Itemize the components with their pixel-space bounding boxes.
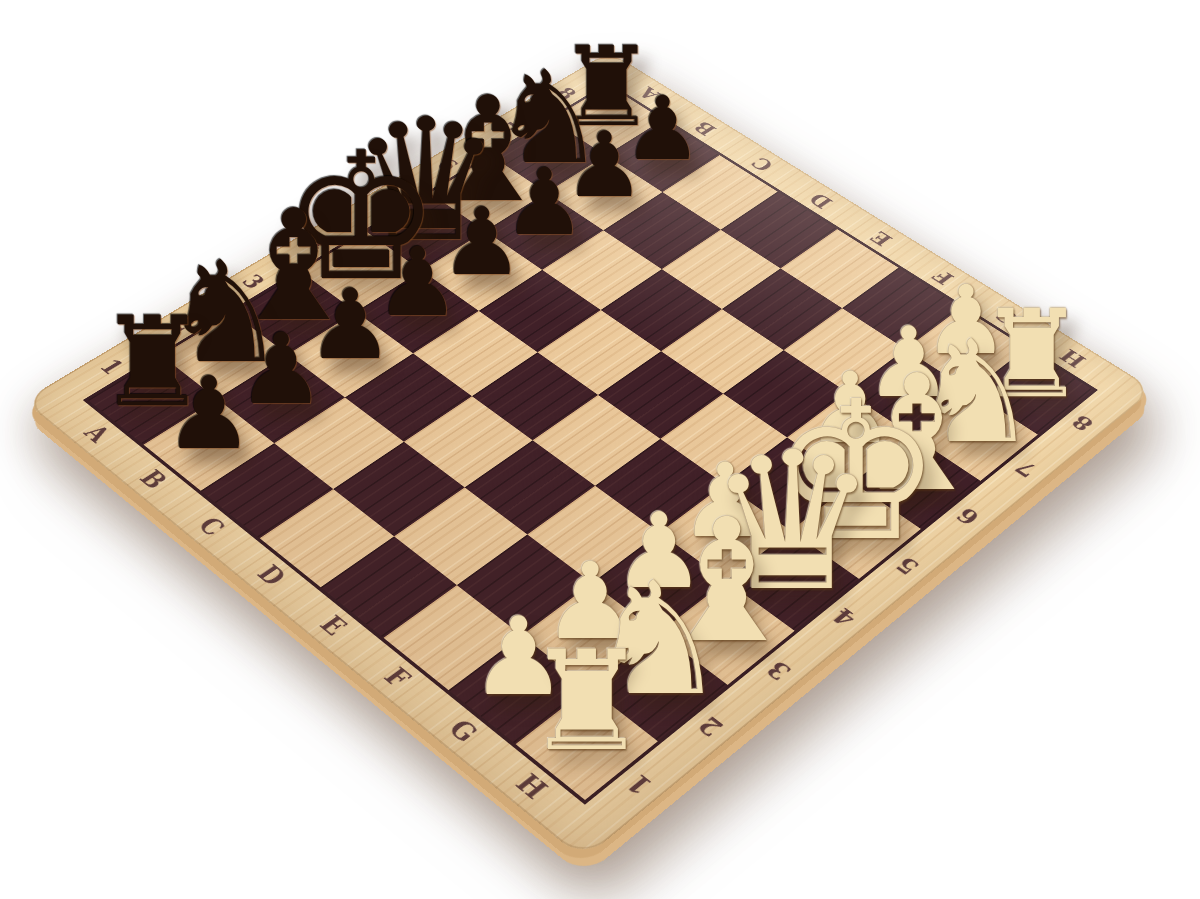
chess-board: 1122334455667788AABBCCDDEEFFGGHH: [23, 51, 1154, 859]
photo-stage: 1122334455667788AABBCCDDEEFFGGHH ♜♟♞♟♝♟♛…: [0, 0, 1200, 899]
board-grid: [83, 82, 1098, 804]
board-shadow-wrap: 1122334455667788AABBCCDDEEFFGGHH: [0, 0, 1200, 899]
